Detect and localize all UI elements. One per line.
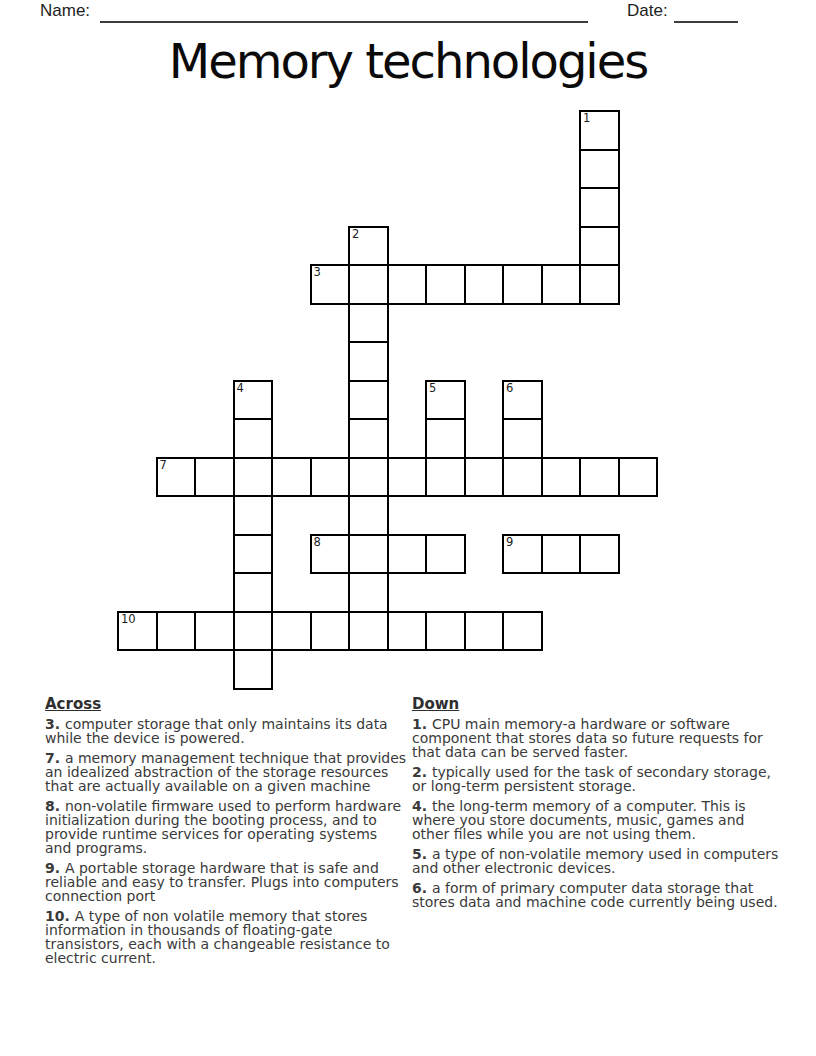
clue-text: CPU main memory-a hardware or software c… [412, 716, 763, 760]
name-input-line[interactable] [100, 2, 588, 23]
grid-cell-r10c6[interactable] [348, 495, 389, 536]
clue-text: a memory management technique that provi… [45, 750, 406, 794]
clue-down-1: 1. CPU main memory-a hardware or softwar… [412, 717, 784, 759]
across-heading: Across [45, 697, 407, 712]
grid-cell-r8c10[interactable] [502, 418, 543, 459]
name-label: Name: [40, 1, 90, 21]
clue-across-9: 9. A portable storage hardware that is s… [45, 861, 407, 903]
grid-cell-r4c9[interactable] [464, 264, 505, 305]
grid-cell-r9c10[interactable] [502, 457, 543, 498]
clue-down-2: 2. typically used for the task of second… [412, 765, 784, 793]
grid-cell-r9c11[interactable] [541, 457, 582, 498]
grid-clue-number-7: 7 [160, 459, 167, 472]
clue-down-6: 6. a form of primary computer data stora… [412, 881, 784, 909]
grid-cell-r7c10[interactable]: 6 [502, 380, 543, 421]
grid-cell-r9c8[interactable] [425, 457, 466, 498]
grid-cell-r7c6[interactable] [348, 380, 389, 421]
grid-cell-r11c7[interactable] [387, 534, 428, 575]
clue-down-4: 4. the long-term memory of a computer. T… [412, 799, 784, 841]
grid-cell-r13c3[interactable] [233, 611, 274, 652]
grid-cell-r4c12[interactable] [579, 264, 620, 305]
grid-cell-r8c8[interactable] [425, 418, 466, 459]
clue-across-10: 10. A type of non volatile memory that s… [45, 909, 407, 965]
grid-cell-r7c8[interactable]: 5 [425, 380, 466, 421]
grid-cell-r2c12[interactable] [579, 187, 620, 228]
grid-clue-number-3: 3 [314, 266, 321, 279]
grid-cell-r4c7[interactable] [387, 264, 428, 305]
grid-cell-r13c6[interactable] [348, 611, 389, 652]
grid-cell-r9c5[interactable] [310, 457, 351, 498]
grid-cell-r13c2[interactable] [194, 611, 235, 652]
grid-cell-r11c3[interactable] [233, 534, 274, 575]
clue-across-3: 3. computer storage that only maintains … [45, 717, 407, 745]
grid-cell-r4c5[interactable]: 3 [310, 264, 351, 305]
clue-across-8: 8. non-volatile firmware used to perform… [45, 799, 407, 855]
grid-cell-r9c3[interactable] [233, 457, 274, 498]
clue-text: non-volatile firmware used to perform ha… [45, 798, 401, 856]
grid-cell-r13c10[interactable] [502, 611, 543, 652]
crossword-worksheet: Name: Date: Memory technologies 12345678… [0, 0, 816, 1056]
grid-cell-r3c6[interactable]: 2 [348, 226, 389, 267]
clue-text: A type of non volatile memory that store… [45, 908, 390, 966]
down-clues-section: Down 1. CPU main memory-a hardware or so… [412, 697, 784, 915]
grid-cell-r9c9[interactable] [464, 457, 505, 498]
grid-cell-r14c3[interactable] [233, 649, 274, 690]
down-clue-list: 1. CPU main memory-a hardware or softwar… [412, 717, 784, 909]
grid-cell-r9c2[interactable] [194, 457, 235, 498]
grid-clue-number-2: 2 [352, 228, 359, 241]
grid-cell-r13c5[interactable] [310, 611, 351, 652]
clue-text: the long-term memory of a computer. This… [412, 798, 746, 842]
grid-cell-r11c11[interactable] [541, 534, 582, 575]
grid-cell-r4c10[interactable] [502, 264, 543, 305]
grid-cell-r5c6[interactable] [348, 303, 389, 344]
grid-cell-r4c8[interactable] [425, 264, 466, 305]
grid-cell-r9c1[interactable]: 7 [156, 457, 197, 498]
grid-cell-r1c12[interactable] [579, 149, 620, 190]
clue-text: typically used for the task of secondary… [412, 764, 771, 794]
grid-clue-number-1: 1 [583, 112, 590, 125]
grid-clue-number-4: 4 [237, 382, 244, 395]
across-clue-list: 3. computer storage that only maintains … [45, 717, 407, 965]
grid-cell-r9c6[interactable] [348, 457, 389, 498]
clue-text: A portable storage hardware that is safe… [45, 860, 399, 904]
grid-clue-number-9: 9 [506, 536, 513, 549]
grid-cell-r9c7[interactable] [387, 457, 428, 498]
grid-clue-number-5: 5 [429, 382, 436, 395]
grid-cell-r6c6[interactable] [348, 341, 389, 382]
grid-cell-r13c1[interactable] [156, 611, 197, 652]
puzzle-title: Memory technologies [0, 33, 816, 89]
clue-across-7: 7. a memory management technique that pr… [45, 751, 407, 793]
grid-cell-r11c12[interactable] [579, 534, 620, 575]
grid-cell-r8c6[interactable] [348, 418, 389, 459]
clue-text: computer storage that only maintains its… [45, 716, 388, 746]
grid-cell-r13c0[interactable]: 10 [117, 611, 158, 652]
clue-down-5: 5. a type of non-volatile memory used in… [412, 847, 784, 875]
grid-clue-number-6: 6 [506, 382, 513, 395]
clue-text: a type of non-volatile memory used in co… [412, 846, 778, 876]
grid-clue-number-8: 8 [314, 536, 321, 549]
grid-cell-r3c12[interactable] [579, 226, 620, 267]
grid-cell-r4c11[interactable] [541, 264, 582, 305]
clue-text: a form of primary computer data storage … [412, 880, 778, 910]
down-heading: Down [412, 697, 784, 712]
crossword-grid: 12345678910 [117, 110, 659, 690]
across-clues-section: Across 3. computer storage that only mai… [45, 697, 407, 971]
grid-cell-r11c10[interactable]: 9 [502, 534, 543, 575]
grid-cell-r9c4[interactable] [271, 457, 312, 498]
date-label: Date: [627, 1, 668, 21]
grid-cell-r10c3[interactable] [233, 495, 274, 536]
date-input-line[interactable] [674, 2, 738, 23]
grid-cell-r13c9[interactable] [464, 611, 505, 652]
grid-cell-r11c6[interactable] [348, 534, 389, 575]
grid-cell-r13c7[interactable] [387, 611, 428, 652]
grid-cell-r11c8[interactable] [425, 534, 466, 575]
grid-cell-r7c3[interactable]: 4 [233, 380, 274, 421]
grid-cell-r13c4[interactable] [271, 611, 312, 652]
grid-cell-r9c12[interactable] [579, 457, 620, 498]
grid-cell-r0c12[interactable]: 1 [579, 110, 620, 151]
grid-clue-number-10: 10 [121, 613, 136, 626]
grid-cell-r4c6[interactable] [348, 264, 389, 305]
grid-cell-r12c6[interactable] [348, 572, 389, 613]
grid-cell-r12c3[interactable] [233, 572, 274, 613]
grid-cell-r11c5[interactable]: 8 [310, 534, 351, 575]
grid-cell-r9c13[interactable] [618, 457, 659, 498]
grid-cell-r13c8[interactable] [425, 611, 466, 652]
grid-cell-r8c3[interactable] [233, 418, 274, 459]
